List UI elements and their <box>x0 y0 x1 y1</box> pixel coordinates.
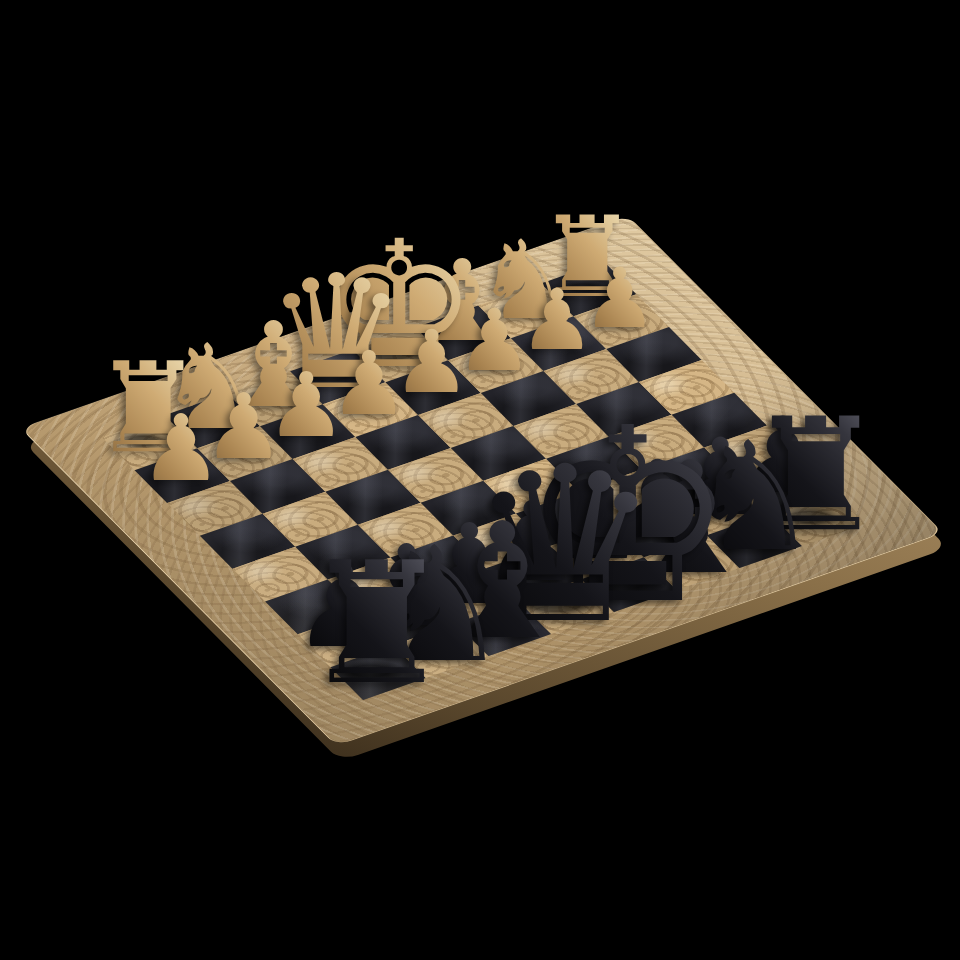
piece-white-pawn-a2: ♟ <box>140 404 222 496</box>
product-photo-stage: ♜♞♝♚♛♝♞♜♟♟♟♟♟♟♟♟♟♟♟♟♟♟♟♟♜♞♝♚♛♝♞♜ ♜♞♝♚♛♝♞… <box>0 0 960 960</box>
chess-set-scene: ♜♞♝♚♛♝♞♜♟♟♟♟♟♟♟♟♟♟♟♟♟♟♟♟♜♞♝♚♛♝♞♜ <box>0 0 960 960</box>
piece-black-rook-a8: ♜ <box>301 541 451 709</box>
pieces-layer: ♜♞♝♚♛♝♞♜♟♟♟♟♟♟♟♟♟♟♟♟♟♟♟♟♜♞♝♚♛♝♞♜ <box>0 0 960 960</box>
